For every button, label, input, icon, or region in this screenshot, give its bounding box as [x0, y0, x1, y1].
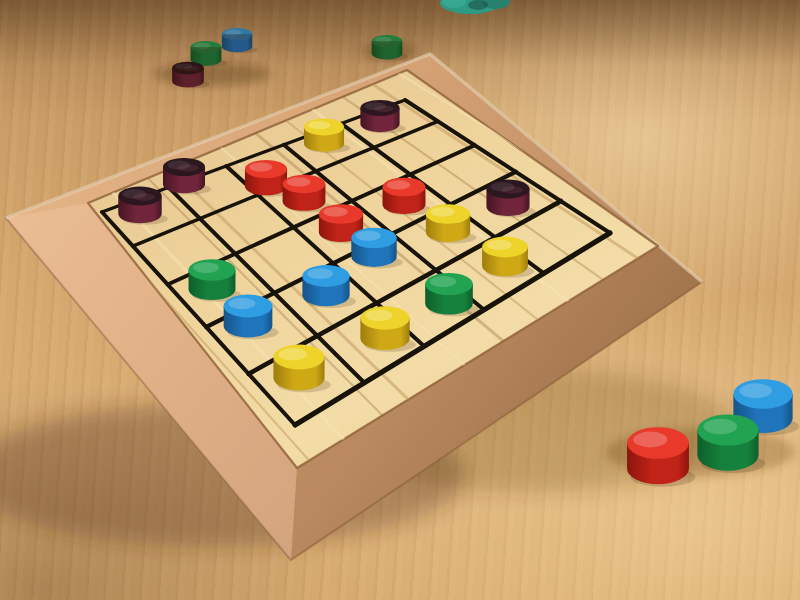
board-photo-scene — [0, 0, 800, 600]
teal-object-table-corner — [440, 0, 510, 14]
table-surface — [0, 0, 800, 600]
green-disc-off-board-bottom-2[interactable] — [697, 414, 765, 473]
blue-disc-off-board-top-3[interactable] — [222, 28, 258, 53]
red-disc-off-board-bottom-1[interactable] — [627, 427, 695, 487]
